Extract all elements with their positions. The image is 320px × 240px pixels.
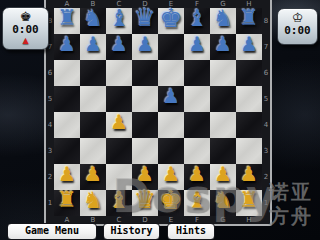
- square-c4[interactable]: ♟: [106, 112, 132, 138]
- rank-label: 5: [262, 86, 270, 112]
- turn-indicator-icon: ▲: [3, 36, 48, 45]
- rank-label: 3: [262, 138, 270, 164]
- square-g7[interactable]: ♟: [210, 34, 236, 60]
- rank-label: 6: [46, 60, 54, 86]
- piece-bR-a8[interactable]: ♜: [54, 5, 80, 31]
- black-clock-time: 0:00: [3, 24, 48, 36]
- square-h5[interactable]: [236, 86, 262, 112]
- piece-bN-g8[interactable]: ♞: [210, 5, 236, 31]
- history-button[interactable]: History: [103, 223, 160, 240]
- piece-bP-e5[interactable]: ♟: [158, 83, 184, 109]
- square-h4[interactable]: [236, 112, 262, 138]
- square-d4[interactable]: [132, 112, 158, 138]
- rank-label: 4: [46, 112, 54, 138]
- rank-label: 5: [46, 86, 54, 112]
- piece-bP-b7[interactable]: ♟: [80, 31, 106, 57]
- piece-bQ-d8[interactable]: ♛: [132, 5, 158, 31]
- piece-bK-e8[interactable]: ♚: [158, 5, 184, 31]
- rank-label: 8: [262, 8, 270, 34]
- square-c6[interactable]: [106, 60, 132, 86]
- square-f6[interactable]: [184, 60, 210, 86]
- rank-label: 1: [46, 190, 54, 216]
- square-d5[interactable]: [132, 86, 158, 112]
- piece-bP-c7[interactable]: ♟: [106, 31, 132, 57]
- rank-label: 4: [262, 112, 270, 138]
- watermark-cjk-text: 诺亚方舟: [269, 180, 313, 228]
- square-a7[interactable]: ♟: [54, 34, 80, 60]
- square-f7[interactable]: ♟: [184, 34, 210, 60]
- square-e7[interactable]: [158, 34, 184, 60]
- square-a1[interactable]: ♜: [54, 190, 80, 216]
- rank-label: 7: [262, 34, 270, 60]
- piece-bP-a7[interactable]: ♟: [54, 31, 80, 57]
- square-c7[interactable]: ♟: [106, 34, 132, 60]
- square-b1[interactable]: ♞: [80, 190, 106, 216]
- square-a4[interactable]: [54, 112, 80, 138]
- watermark-text: Dospy: [112, 169, 277, 223]
- piece-bP-g7[interactable]: ♟: [210, 31, 236, 57]
- black-king-icon: ♚: [3, 9, 48, 24]
- piece-bR-h8[interactable]: ♜: [236, 5, 262, 31]
- white-clock-panel: ♔ 0:00: [277, 8, 318, 45]
- rank-label: 6: [262, 60, 270, 86]
- piece-bB-f8[interactable]: ♝: [184, 5, 210, 31]
- square-b4[interactable]: [80, 112, 106, 138]
- square-h6[interactable]: [236, 60, 262, 86]
- square-b7[interactable]: ♟: [80, 34, 106, 60]
- rank-label: 2: [46, 164, 54, 190]
- square-g4[interactable]: [210, 112, 236, 138]
- black-clock-panel: ♚ 0:00 ▲: [2, 7, 49, 50]
- piece-wN-b1[interactable]: ♞: [80, 187, 106, 213]
- white-king-icon: ♔: [278, 10, 317, 25]
- square-g5[interactable]: [210, 86, 236, 112]
- square-e4[interactable]: [158, 112, 184, 138]
- square-f4[interactable]: [184, 112, 210, 138]
- square-h7[interactable]: ♟: [236, 34, 262, 60]
- piece-wP-a2[interactable]: ♟: [54, 161, 80, 187]
- square-f5[interactable]: [184, 86, 210, 112]
- piece-bP-f7[interactable]: ♟: [184, 31, 210, 57]
- piece-bP-h7[interactable]: ♟: [236, 31, 262, 57]
- white-clock-time: 0:00: [278, 25, 317, 37]
- piece-bP-d7[interactable]: ♟: [132, 31, 158, 57]
- square-c3[interactable]: [106, 138, 132, 164]
- square-d7[interactable]: ♟: [132, 34, 158, 60]
- square-g6[interactable]: [210, 60, 236, 86]
- rank-label: 3: [46, 138, 54, 164]
- square-a6[interactable]: [54, 60, 80, 86]
- square-d6[interactable]: [132, 60, 158, 86]
- piece-bB-c8[interactable]: ♝: [106, 5, 132, 31]
- square-e5[interactable]: ♟: [158, 86, 184, 112]
- piece-wR-a1[interactable]: ♜: [54, 187, 80, 213]
- square-a5[interactable]: [54, 86, 80, 112]
- piece-bN-b8[interactable]: ♞: [80, 5, 106, 31]
- hints-button[interactable]: Hints: [167, 223, 215, 240]
- piece-wP-c4[interactable]: ♟: [106, 109, 132, 135]
- chess-app-screen: { "game": "chess", "position": { "fen": …: [0, 0, 320, 240]
- piece-wP-b2[interactable]: ♟: [80, 161, 106, 187]
- square-b5[interactable]: [80, 86, 106, 112]
- game-menu-button[interactable]: Game Menu: [7, 223, 97, 240]
- square-e8[interactable]: ♚: [158, 8, 184, 34]
- square-b6[interactable]: [80, 60, 106, 86]
